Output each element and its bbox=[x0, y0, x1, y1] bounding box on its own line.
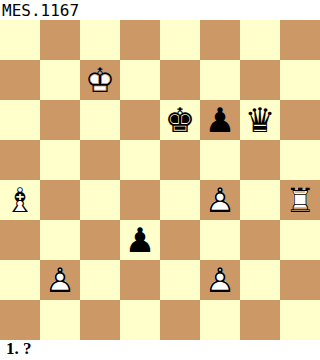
piece-outline: ♖ bbox=[280, 179, 320, 219]
square-d7[interactable] bbox=[120, 60, 160, 100]
square-c7[interactable]: ♚♔ bbox=[80, 60, 120, 100]
square-h7[interactable] bbox=[280, 60, 320, 100]
square-e5[interactable] bbox=[160, 140, 200, 180]
square-f2[interactable]: ♟♙ bbox=[200, 260, 240, 300]
piece-outline: ♗ bbox=[0, 179, 40, 219]
square-f1[interactable] bbox=[200, 300, 240, 340]
chess-board: ♚♔♚♟♛♝♗♟♙♜♖♟♟♙♟♙ bbox=[0, 20, 320, 340]
black-pawn-piece[interactable]: ♟ bbox=[120, 220, 160, 260]
white-pawn-piece[interactable]: ♟♙ bbox=[200, 260, 240, 300]
square-g7[interactable] bbox=[240, 60, 280, 100]
square-f3[interactable] bbox=[200, 220, 240, 260]
square-b7[interactable] bbox=[40, 60, 80, 100]
square-b1[interactable] bbox=[40, 300, 80, 340]
black-king-piece[interactable]: ♚ bbox=[160, 100, 200, 140]
square-e6[interactable]: ♚ bbox=[160, 100, 200, 140]
square-f6[interactable]: ♟ bbox=[200, 100, 240, 140]
square-e4[interactable] bbox=[160, 180, 200, 220]
white-bishop-piece[interactable]: ♝♗ bbox=[0, 180, 40, 220]
square-b2[interactable]: ♟♙ bbox=[40, 260, 80, 300]
square-g8[interactable] bbox=[240, 20, 280, 60]
square-a2[interactable] bbox=[0, 260, 40, 300]
square-d2[interactable] bbox=[120, 260, 160, 300]
square-f4[interactable]: ♟♙ bbox=[200, 180, 240, 220]
square-h3[interactable] bbox=[280, 220, 320, 260]
square-a5[interactable] bbox=[0, 140, 40, 180]
square-d4[interactable] bbox=[120, 180, 160, 220]
square-h5[interactable] bbox=[280, 140, 320, 180]
square-b5[interactable] bbox=[40, 140, 80, 180]
piece-outline: ♙ bbox=[200, 179, 240, 219]
square-e2[interactable] bbox=[160, 260, 200, 300]
piece-outline: ♙ bbox=[40, 259, 80, 299]
square-a6[interactable] bbox=[0, 100, 40, 140]
piece-solid: ♚ bbox=[160, 99, 200, 139]
square-f7[interactable] bbox=[200, 60, 240, 100]
piece-outline: ♔ bbox=[80, 59, 120, 99]
square-h2[interactable] bbox=[280, 260, 320, 300]
white-king-piece[interactable]: ♚♔ bbox=[80, 60, 120, 100]
white-pawn-piece[interactable]: ♟♙ bbox=[200, 180, 240, 220]
square-b3[interactable] bbox=[40, 220, 80, 260]
square-g1[interactable] bbox=[240, 300, 280, 340]
black-queen-piece[interactable]: ♛ bbox=[240, 100, 280, 140]
black-pawn-piece[interactable]: ♟ bbox=[200, 100, 240, 140]
square-c4[interactable] bbox=[80, 180, 120, 220]
square-d1[interactable] bbox=[120, 300, 160, 340]
square-f5[interactable] bbox=[200, 140, 240, 180]
square-b6[interactable] bbox=[40, 100, 80, 140]
piece-solid: ♟ bbox=[200, 99, 240, 139]
piece-solid: ♛ bbox=[240, 99, 280, 139]
square-g2[interactable] bbox=[240, 260, 280, 300]
square-d6[interactable] bbox=[120, 100, 160, 140]
square-a8[interactable] bbox=[0, 20, 40, 60]
square-c6[interactable] bbox=[80, 100, 120, 140]
square-e1[interactable] bbox=[160, 300, 200, 340]
square-g3[interactable] bbox=[240, 220, 280, 260]
square-e3[interactable] bbox=[160, 220, 200, 260]
piece-solid: ♟ bbox=[120, 219, 160, 259]
square-a7[interactable] bbox=[0, 60, 40, 100]
square-d5[interactable] bbox=[120, 140, 160, 180]
square-c3[interactable] bbox=[80, 220, 120, 260]
square-e7[interactable] bbox=[160, 60, 200, 100]
square-c1[interactable] bbox=[80, 300, 120, 340]
square-a4[interactable]: ♝♗ bbox=[0, 180, 40, 220]
square-e8[interactable] bbox=[160, 20, 200, 60]
square-h1[interactable] bbox=[280, 300, 320, 340]
square-c5[interactable] bbox=[80, 140, 120, 180]
square-g5[interactable] bbox=[240, 140, 280, 180]
square-a1[interactable] bbox=[0, 300, 40, 340]
square-c8[interactable] bbox=[80, 20, 120, 60]
white-rook-piece[interactable]: ♜♖ bbox=[280, 180, 320, 220]
piece-outline: ♙ bbox=[200, 259, 240, 299]
square-g6[interactable]: ♛ bbox=[240, 100, 280, 140]
square-g4[interactable] bbox=[240, 180, 280, 220]
white-pawn-piece[interactable]: ♟♙ bbox=[40, 260, 80, 300]
square-a3[interactable] bbox=[0, 220, 40, 260]
square-b8[interactable] bbox=[40, 20, 80, 60]
square-d3[interactable]: ♟ bbox=[120, 220, 160, 260]
puzzle-title: MES.1167 bbox=[2, 1, 79, 20]
square-h6[interactable] bbox=[280, 100, 320, 140]
square-c2[interactable] bbox=[80, 260, 120, 300]
square-b4[interactable] bbox=[40, 180, 80, 220]
square-f8[interactable] bbox=[200, 20, 240, 60]
square-h4[interactable]: ♜♖ bbox=[280, 180, 320, 220]
move-prompt: 1. ? bbox=[6, 339, 32, 359]
square-h8[interactable] bbox=[280, 20, 320, 60]
square-d8[interactable] bbox=[120, 20, 160, 60]
